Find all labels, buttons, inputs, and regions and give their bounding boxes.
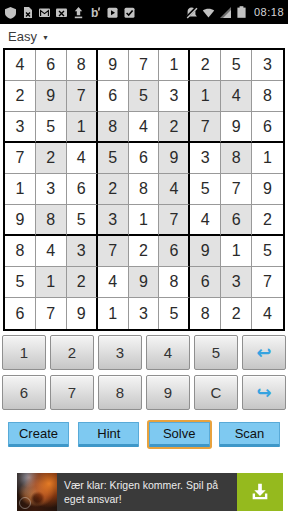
cell-r3c3[interactable]: 1: [67, 112, 98, 143]
cell-r3c1[interactable]: 3: [5, 112, 36, 143]
difficulty-dropdown[interactable]: Easy: [8, 29, 37, 44]
cell-r4c7[interactable]: 3: [190, 143, 221, 174]
digit-9-button[interactable]: 9: [146, 375, 190, 410]
cell-r7c8[interactable]: 1: [221, 236, 252, 267]
cell-r2c2[interactable]: 9: [36, 81, 67, 112]
cell-r5c4[interactable]: 2: [98, 174, 129, 205]
play-icon: [106, 6, 119, 19]
cell-r5c7[interactable]: 5: [190, 174, 221, 205]
number-pad: 12345↩ 6789C↪: [2, 335, 286, 410]
ad-banner[interactable]: Vær klar: Krigen kommer. Spil på eget an…: [17, 473, 283, 511]
cell-r3c6[interactable]: 2: [159, 112, 190, 143]
svg-text:b: b: [91, 6, 98, 19]
cell-r2c9[interactable]: 8: [252, 81, 283, 112]
cell-r9c2[interactable]: 7: [36, 298, 67, 329]
cell-r4c3[interactable]: 4: [67, 143, 98, 174]
cell-r4c9[interactable]: 1: [252, 143, 283, 174]
cell-r4c1[interactable]: 7: [5, 143, 36, 174]
shield-icon: [4, 6, 17, 19]
cell-r1c7[interactable]: 2: [190, 50, 221, 81]
signal-icon: [219, 6, 232, 19]
cell-r4c8[interactable]: 8: [221, 143, 252, 174]
cell-r7c5[interactable]: 2: [129, 236, 160, 267]
cell-r8c3[interactable]: 2: [67, 267, 98, 298]
digit-5-button[interactable]: 5: [194, 335, 238, 370]
ad-text-line1: Vær klar: Krigen kommer. Spil på: [64, 478, 230, 492]
cell-r9c7[interactable]: 8: [190, 298, 221, 329]
ad-text[interactable]: Vær klar: Krigen kommer. Spil på eget an…: [57, 473, 237, 511]
cell-r5c8[interactable]: 7: [221, 174, 252, 205]
cell-r7c3[interactable]: 3: [67, 236, 98, 267]
solve-button[interactable]: Solve: [149, 422, 210, 447]
cell-r2c5[interactable]: 5: [129, 81, 160, 112]
cell-r8c7[interactable]: 6: [190, 267, 221, 298]
download-icon: [249, 481, 271, 503]
gmail-icon: [38, 6, 51, 19]
cell-r2c4[interactable]: 6: [98, 81, 129, 112]
chevron-down-icon[interactable]: ▼: [42, 32, 49, 41]
wifi-icon: [202, 6, 215, 19]
cell-r2c6[interactable]: 3: [159, 81, 190, 112]
cell-r6c7[interactable]: 4: [190, 205, 221, 236]
cell-r5c6[interactable]: 4: [159, 174, 190, 205]
cell-r8c9[interactable]: 7: [252, 267, 283, 298]
cell-r6c8[interactable]: 6: [221, 205, 252, 236]
task-done-icon: [123, 6, 136, 19]
cell-r3c2[interactable]: 5: [36, 112, 67, 143]
cell-r5c1[interactable]: 1: [5, 174, 36, 205]
ad-text-line2: eget ansvar!: [64, 492, 230, 506]
cell-r3c4[interactable]: 8: [98, 112, 129, 143]
cell-r8c1[interactable]: 5: [5, 267, 36, 298]
cell-r1c3[interactable]: 8: [67, 50, 98, 81]
cell-r5c9[interactable]: 9: [252, 174, 283, 205]
clear-button[interactable]: C: [194, 375, 238, 410]
cell-r9c8[interactable]: 2: [221, 298, 252, 329]
cell-r3c5[interactable]: 4: [129, 112, 160, 143]
cell-r8c6[interactable]: 8: [159, 267, 190, 298]
sudoku-board: 4689712532976531483518427967245693811362…: [3, 48, 285, 331]
status-bar: b 08:18: [0, 0, 288, 24]
clock: 08:18: [254, 6, 284, 18]
cell-r4c4[interactable]: 5: [98, 143, 129, 174]
cell-r7c2[interactable]: 4: [36, 236, 67, 267]
digit-8-button[interactable]: 8: [98, 375, 142, 410]
cell-r2c1[interactable]: 2: [5, 81, 36, 112]
cell-r2c7[interactable]: 1: [190, 81, 221, 112]
cell-r6c6[interactable]: 7: [159, 205, 190, 236]
battery-icon: [236, 5, 247, 19]
digit-2-button[interactable]: 2: [50, 335, 94, 370]
action-bar: CreateHintSolveScan: [0, 422, 288, 447]
cell-r6c2[interactable]: 8: [36, 205, 67, 236]
cell-r3c8[interactable]: 9: [221, 112, 252, 143]
redo-button[interactable]: ↪: [242, 375, 286, 410]
cell-r9c9[interactable]: 4: [252, 298, 283, 329]
digit-1-button[interactable]: 1: [2, 335, 46, 370]
cell-r1c5[interactable]: 7: [129, 50, 160, 81]
cell-r2c3[interactable]: 7: [67, 81, 98, 112]
cell-r8c8[interactable]: 3: [221, 267, 252, 298]
cell-r6c1[interactable]: 9: [5, 205, 36, 236]
digit-3-button[interactable]: 3: [98, 335, 142, 370]
cell-r6c4[interactable]: 3: [98, 205, 129, 236]
cell-r7c7[interactable]: 9: [190, 236, 221, 267]
sim-alert-icon: [21, 6, 34, 19]
numpad-row-2: 6789C↪: [2, 375, 286, 410]
cell-r4c6[interactable]: 9: [159, 143, 190, 174]
cell-r9c5[interactable]: 3: [129, 298, 160, 329]
toolbar: Easy ▼: [0, 24, 288, 48]
mute-icon: [185, 6, 198, 19]
cell-r9c4[interactable]: 1: [98, 298, 129, 329]
digit-7-button[interactable]: 7: [50, 375, 94, 410]
bing-icon: b: [89, 6, 102, 19]
cell-r1c4[interactable]: 9: [98, 50, 129, 81]
cell-r7c1[interactable]: 8: [5, 236, 36, 267]
cell-r1c9[interactable]: 3: [252, 50, 283, 81]
hint-button[interactable]: Hint: [78, 422, 139, 447]
cell-r8c4[interactable]: 4: [98, 267, 129, 298]
cell-r5c3[interactable]: 6: [67, 174, 98, 205]
cell-r8c5[interactable]: 9: [129, 267, 160, 298]
digit-4-button[interactable]: 4: [146, 335, 190, 370]
cell-r9c1[interactable]: 6: [5, 298, 36, 329]
numpad-row-1: 12345↩: [2, 335, 286, 370]
cell-r9c6[interactable]: 5: [159, 298, 190, 329]
cell-r7c6[interactable]: 6: [159, 236, 190, 267]
cell-r5c2[interactable]: 3: [36, 174, 67, 205]
ad-download-button[interactable]: [237, 473, 283, 511]
undo-button[interactable]: ↩: [242, 335, 286, 370]
cell-r6c9[interactable]: 2: [252, 205, 283, 236]
cell-r2c8[interactable]: 4: [221, 81, 252, 112]
cell-r5c5[interactable]: 8: [129, 174, 160, 205]
ad-game-image[interactable]: [17, 473, 57, 511]
cell-r1c2[interactable]: 6: [36, 50, 67, 81]
cell-r4c5[interactable]: 6: [129, 143, 160, 174]
cell-r4c2[interactable]: 2: [36, 143, 67, 174]
cell-r3c9[interactable]: 6: [252, 112, 283, 143]
cell-r7c9[interactable]: 5: [252, 236, 283, 267]
cell-r8c2[interactable]: 1: [36, 267, 67, 298]
cell-r1c8[interactable]: 5: [221, 50, 252, 81]
upload-icon: [72, 6, 85, 19]
cell-r7c4[interactable]: 7: [98, 236, 129, 267]
mail-error-icon: [55, 6, 68, 19]
scan-button[interactable]: Scan: [219, 422, 280, 447]
digit-6-button[interactable]: 6: [2, 375, 46, 410]
cell-r1c6[interactable]: 1: [159, 50, 190, 81]
create-button[interactable]: Create: [8, 422, 69, 447]
cell-r6c5[interactable]: 1: [129, 205, 160, 236]
cell-r3c7[interactable]: 7: [190, 112, 221, 143]
cell-r9c3[interactable]: 9: [67, 298, 98, 329]
cell-r6c3[interactable]: 5: [67, 205, 98, 236]
cell-r1c1[interactable]: 4: [5, 50, 36, 81]
